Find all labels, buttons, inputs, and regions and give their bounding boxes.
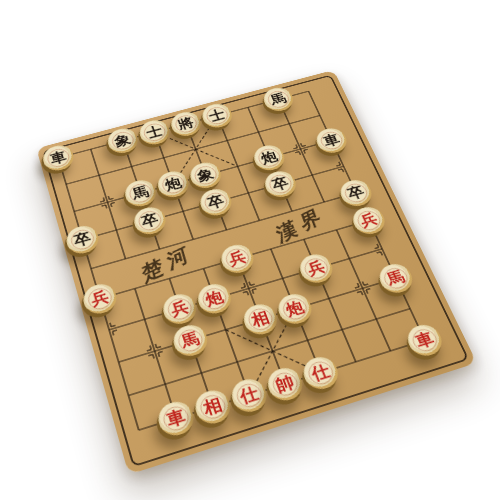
board-scene: 楚河 漢界 車象士將士馬馬炮象炮車卒卒卒卒卒兵兵兵兵炮兵馬相炮馬車相仕帥仕車 bbox=[36, 70, 477, 475]
piece-glyph: 兵 bbox=[169, 298, 191, 318]
piece-glyph: 卒 bbox=[140, 211, 160, 229]
piece-glyph: 馬 bbox=[268, 91, 287, 106]
piece-glyph: 象 bbox=[113, 132, 132, 148]
piece-glyph: 將 bbox=[176, 115, 195, 131]
piece-glyph: 炮 bbox=[163, 175, 183, 192]
piece-glyph: 相 bbox=[249, 309, 271, 329]
piece-glyph: 卒 bbox=[72, 230, 92, 248]
piece-glyph: 卒 bbox=[270, 175, 291, 192]
piece-glyph: 馬 bbox=[179, 329, 201, 349]
piece-glyph: 卒 bbox=[205, 193, 225, 210]
piece-glyph: 士 bbox=[207, 107, 226, 123]
piece-glyph: 車 bbox=[321, 132, 341, 148]
piece-glyph: 車 bbox=[49, 149, 68, 165]
piece-glyph: 車 bbox=[413, 329, 436, 349]
piece-glyph: 卒 bbox=[345, 184, 366, 201]
product-photo-stage: 楚河 漢界 車象士將士馬馬炮象炮車卒卒卒卒卒兵兵兵兵炮兵馬相炮馬車相仕帥仕車 bbox=[0, 0, 500, 500]
board-grid bbox=[36, 70, 477, 475]
piece-glyph: 馬 bbox=[130, 184, 150, 201]
piece-glyph: 炮 bbox=[284, 298, 306, 318]
piece-glyph: 仕 bbox=[309, 362, 332, 383]
piece-glyph: 馬 bbox=[384, 268, 406, 287]
piece-glyph: 兵 bbox=[227, 249, 248, 268]
piece-glyph: 車 bbox=[164, 407, 187, 429]
piece-glyph: 炮 bbox=[259, 149, 279, 165]
piece-glyph: 仕 bbox=[237, 384, 260, 406]
piece-glyph: 相 bbox=[201, 395, 224, 417]
piece-glyph: 兵 bbox=[89, 288, 110, 307]
piece-glyph: 象 bbox=[195, 166, 215, 183]
piece-glyph: 兵 bbox=[358, 211, 379, 229]
piece-glyph: 炮 bbox=[203, 288, 225, 307]
piece-glyph: 士 bbox=[145, 124, 164, 140]
piece-glyph: 帥 bbox=[273, 373, 296, 394]
piece-glyph: 兵 bbox=[305, 258, 327, 277]
xiangqi-board: 楚河 漢界 車象士將士馬馬炮象炮車卒卒卒卒卒兵兵兵兵炮兵馬相炮馬車相仕帥仕車 bbox=[36, 70, 477, 475]
